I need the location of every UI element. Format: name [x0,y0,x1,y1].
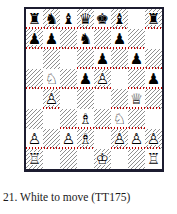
square-g1[interactable] [128,149,145,169]
white-bishop-piece: ♗ [77,129,94,149]
square-e1[interactable]: ♔ [94,149,111,169]
red-squiggle-underline [128,87,162,89]
square-f7[interactable]: ♟ [111,29,128,49]
square-f5[interactable] [111,69,128,89]
red-squiggle-underline [26,147,94,149]
square-a3[interactable] [26,109,43,129]
square-b5[interactable]: ♘ [43,69,60,89]
square-a4[interactable] [26,89,43,109]
square-b1[interactable] [43,149,60,169]
black-pawn-piece: ♟ [145,69,162,89]
white-pawn-piece: ♙ [60,129,77,149]
square-c1[interactable] [60,149,77,169]
square-h1[interactable]: ♖ [145,149,162,169]
white-pawn-piece: ♙ [26,129,43,149]
square-d1[interactable] [77,149,94,169]
square-b6[interactable] [43,49,60,69]
square-b8[interactable]: ♞ [43,9,60,29]
square-f4[interactable] [111,89,128,109]
black-bishop-piece: ♝ [111,9,128,29]
square-a6[interactable] [26,49,43,69]
red-squiggle-underline [145,27,162,29]
square-g3[interactable] [128,109,145,129]
white-bishop-piece: ♗ [77,109,94,129]
square-h7[interactable] [145,29,162,49]
red-squiggle-underline [26,87,111,89]
white-knight-piece: ♘ [43,69,60,89]
white-king-piece: ♔ [94,149,111,169]
square-c8[interactable]: ♝ [60,9,77,29]
square-d4[interactable] [77,89,94,109]
square-b3[interactable] [43,109,60,129]
square-g4[interactable]: ♕ [128,89,145,109]
white-pawn-piece: ♙ [145,129,162,149]
square-d8[interactable]: ♛ [77,9,94,29]
square-f3[interactable]: ♘ [111,109,128,129]
square-h2[interactable]: ♙ [145,129,162,149]
square-b4[interactable]: ♙ [43,89,60,109]
red-squiggle-underline [60,127,145,129]
square-f2[interactable]: ♙ [111,129,128,149]
black-pawn-piece: ♟ [77,69,94,89]
white-pawn-piece: ♙ [43,89,60,109]
square-h8[interactable]: ♜ [145,9,162,29]
square-a1[interactable]: ♖ [26,149,43,169]
square-e8[interactable]: ♚ [94,9,111,29]
black-pawn-piece: ♟ [128,49,145,69]
black-queen-piece: ♛ [77,9,94,29]
square-h5[interactable]: ♟ [145,69,162,89]
white-pawn-piece: ♙ [128,129,145,149]
square-a7[interactable]: ♟ [26,29,43,49]
black-knight-piece: ♞ [77,29,94,49]
white-queen-piece: ♕ [128,89,145,109]
square-g8[interactable] [128,9,145,29]
square-d3[interactable]: ♗ [77,109,94,129]
square-g5[interactable] [128,69,145,89]
black-pawn-piece: ♟ [94,49,111,69]
square-e3[interactable] [94,109,111,129]
square-f8[interactable]: ♝ [111,9,128,29]
black-rook-piece: ♜ [26,9,43,29]
black-knight-piece: ♞ [43,9,60,29]
square-g7[interactable] [128,29,145,49]
red-squiggle-underline [111,147,162,149]
square-a5[interactable] [26,69,43,89]
square-e5[interactable]: ♙ [94,69,111,89]
square-f6[interactable] [111,49,128,69]
white-pawn-piece: ♙ [94,69,111,89]
black-pawn-piece: ♟ [111,29,128,49]
black-pawn-piece: ♟ [43,29,60,49]
red-squiggle-underline [77,67,162,69]
square-h4[interactable] [145,89,162,109]
square-d6[interactable] [77,49,94,69]
square-b2[interactable] [43,129,60,149]
square-c2[interactable]: ♙ [60,129,77,149]
square-h6[interactable] [145,49,162,69]
square-c5[interactable] [60,69,77,89]
red-squiggle-underline [26,27,128,29]
red-squiggle-underline [26,47,145,49]
black-bishop-piece: ♝ [60,9,77,29]
square-b7[interactable]: ♟ [43,29,60,49]
black-king-piece: ♚ [94,9,111,29]
white-pawn-piece: ♙ [111,129,128,149]
square-f1[interactable] [111,149,128,169]
square-c7[interactable] [60,29,77,49]
square-e6[interactable]: ♟ [94,49,111,69]
square-a2[interactable]: ♙ [26,129,43,149]
red-squiggle-underline [43,107,60,109]
square-c6[interactable] [60,49,77,69]
square-e7[interactable] [94,29,111,49]
square-e2[interactable] [94,129,111,149]
puzzle-caption: 21. White to move (TT175) [3,191,130,203]
square-c3[interactable] [60,109,77,129]
square-a8[interactable]: ♜ [26,9,43,29]
square-g6[interactable]: ♟ [128,49,145,69]
square-h3[interactable] [145,109,162,129]
square-d2[interactable]: ♗ [77,129,94,149]
square-d5[interactable]: ♟ [77,69,94,89]
chess-board: ♜♞♝♛♚♝♜♟♟♞♟♟♟♘♟♙♟♙♕♗♘♙♙♗♙♙♙♖♔♖ [24,7,164,172]
red-squiggle-underline [111,107,162,109]
square-e4[interactable] [94,89,111,109]
square-g2[interactable]: ♙ [128,129,145,149]
white-rook-piece: ♖ [26,149,43,169]
square-d7[interactable]: ♞ [77,29,94,49]
black-rook-piece: ♜ [145,9,162,29]
white-rook-piece: ♖ [145,149,162,169]
square-c4[interactable] [60,89,77,109]
black-pawn-piece: ♟ [26,29,43,49]
white-knight-piece: ♘ [111,109,128,129]
